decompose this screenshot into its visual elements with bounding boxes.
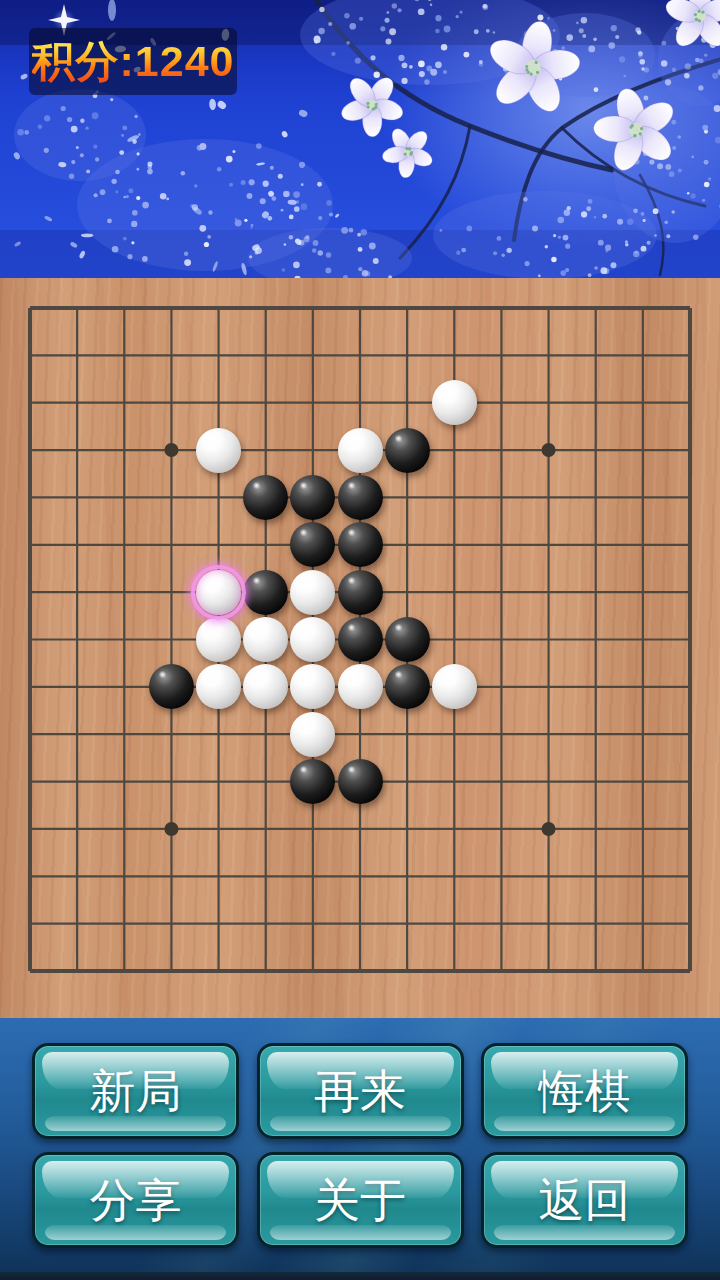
- stone-black: [243, 475, 288, 520]
- app-screen: 积分:1240 新局 再来 悔棋 分享 关于 返回: [0, 0, 720, 1280]
- back-button[interactable]: 返回: [481, 1152, 688, 1248]
- bottom-strip: [0, 1272, 720, 1280]
- score-text: 积分:1240: [32, 40, 235, 83]
- stone-white: [290, 570, 335, 615]
- stone-white: [196, 570, 241, 615]
- stone-black: [290, 475, 335, 520]
- score-badge: 积分:1240: [29, 28, 237, 95]
- stone-black: [243, 570, 288, 615]
- button-panel: 新局 再来 悔棋 分享 关于 返回: [0, 1018, 720, 1280]
- stone-black: [338, 475, 383, 520]
- stone-black: [149, 664, 194, 709]
- stone-white: [432, 664, 477, 709]
- new-game-button[interactable]: 新局: [32, 1043, 239, 1139]
- button-row-2: 分享 关于 返回: [32, 1152, 688, 1248]
- stone-white: [243, 617, 288, 662]
- stone-black: [385, 617, 430, 662]
- stone-black: [385, 664, 430, 709]
- play-again-button[interactable]: 再来: [257, 1043, 464, 1139]
- stone-black: [338, 570, 383, 615]
- stone-white: [196, 617, 241, 662]
- stone-white: [432, 380, 477, 425]
- share-button[interactable]: 分享: [32, 1152, 239, 1248]
- gomoku-board[interactable]: [0, 278, 720, 1018]
- stone-white: [290, 712, 335, 757]
- about-button[interactable]: 关于: [257, 1152, 464, 1248]
- stone-black: [338, 617, 383, 662]
- stone-black: [338, 759, 383, 804]
- undo-button[interactable]: 悔棋: [481, 1043, 688, 1139]
- stone-black: [338, 522, 383, 567]
- button-row-1: 新局 再来 悔棋: [32, 1043, 688, 1139]
- stone-white: [338, 664, 383, 709]
- stone-black: [385, 428, 430, 473]
- banner: 积分:1240: [0, 0, 720, 278]
- stone-white: [338, 428, 383, 473]
- stone-white: [196, 428, 241, 473]
